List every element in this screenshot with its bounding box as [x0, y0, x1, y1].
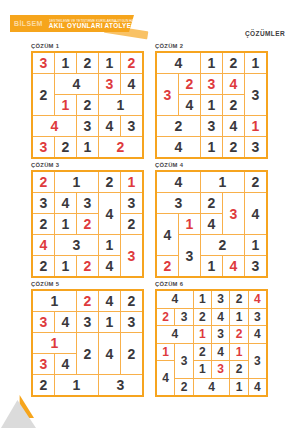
grid-cell-r5c3: 1: [201, 137, 222, 157]
grid-cell-r4c5: 1: [245, 235, 266, 255]
puzzle-slot-4: ÇÖZÜM 4 41232344143212143: [155, 162, 268, 278]
grid-cell-r2c2: 4: [55, 74, 98, 94]
grid-cell-r5c2: 2: [55, 137, 76, 157]
grid-cell-r2c2: 3: [175, 309, 192, 326]
grid-cell-r2c4: 4: [99, 193, 120, 234]
grid-label-6: ÇÖZÜM 6: [155, 281, 268, 288]
puzzle-slot-6: ÇÖZÜM 6 413242324134132413241341322414: [155, 281, 268, 397]
grid-cell-r3c3: 4: [201, 214, 222, 234]
banner-title: AKIL OYUNLARI ATÖLYESİ: [49, 23, 262, 29]
grid-cell-r3c2: 1: [55, 95, 76, 115]
grid-cell-r6c2: 2: [175, 379, 192, 396]
puzzle-grid-3: 212134343212243132124: [31, 170, 144, 278]
grid-cell-r3c4: 3: [212, 326, 229, 343]
grid-cell-r3c3: 1: [194, 326, 211, 343]
grid-cell-r5c2: 1: [55, 375, 98, 395]
grid-cell-r2c5: 3: [121, 193, 142, 213]
grid-cell-r2c1: 2: [33, 74, 54, 115]
grid-cell-r3c2: 1: [179, 214, 200, 234]
grid-cell-r1c4: 4: [99, 291, 120, 311]
grid-cell-r1c1: 2: [33, 172, 54, 192]
grid-cell-r2c5: 3: [121, 312, 142, 332]
grid-cell-r1c3: 1: [194, 291, 211, 308]
grid-cell-r2c5: 3: [245, 74, 266, 115]
grid-cell-r5c4: 2: [99, 137, 142, 157]
grid-cell-r1c5: 2: [245, 172, 266, 192]
grid-cell-r5c3: 1: [194, 361, 211, 378]
grid-cell-r2c1: 3: [33, 312, 54, 332]
grid-cell-r1c2: 1: [55, 172, 98, 192]
grid-cell-r1c5: 2: [230, 291, 247, 308]
puzzle-grid-1: 31212243412143433212: [31, 51, 144, 159]
grid-cell-r2c2: 4: [55, 193, 76, 213]
grid-cell-r2c6: 3: [249, 309, 266, 326]
puzzle-grid-6: 413242324134132413241341322414: [155, 289, 268, 397]
grid-cell-r2c3: 3: [77, 312, 98, 332]
grid-cell-r4c1: 4: [33, 235, 54, 255]
grid-cell-r1c3: 2: [77, 291, 98, 311]
grid-cell-r1c4: 1: [99, 53, 120, 73]
grid-cell-r2c4: 3: [99, 74, 120, 94]
grid-cell-r5c1: 2: [157, 256, 178, 276]
grid-cell-r4c5: 1: [230, 344, 247, 361]
grid-cell-r6c3: 4: [194, 379, 230, 396]
series-logo: BİLSEM: [14, 20, 43, 27]
grid-cell-r1c4: 2: [99, 172, 120, 192]
grid-cell-r3c2: 1: [55, 214, 76, 234]
grid-cell-r4c2: 3: [55, 235, 98, 255]
puzzle-grid-2: 41213234341223414123: [155, 51, 268, 159]
grid-cell-r2c5: 4: [245, 193, 266, 234]
grid-cell-r5c3: 2: [77, 256, 98, 276]
grid-cell-r1c1: 4: [157, 53, 200, 73]
grid-cell-r2c3: 3: [201, 74, 222, 94]
grid-cell-r3c4: 4: [99, 333, 120, 374]
grid-cell-r2c1: 3: [157, 74, 178, 115]
grid-cell-r5c4: 4: [223, 256, 244, 276]
grid-cell-r5c1: 4: [157, 361, 174, 395]
grid-cell-r1c5: 1: [245, 53, 266, 73]
grid-cell-r4c4: 4: [99, 116, 120, 136]
grid-cell-r6c6: 4: [249, 379, 266, 396]
puzzle-slot-1: ÇÖZÜM 1 31212243412143433212: [31, 43, 144, 159]
grid-cell-r2c1: 3: [157, 193, 200, 213]
header-banner: BİLSEM DESTEKLEME VE YETİŞTİRME KURSLARI…: [10, 15, 134, 32]
grid-cell-r4c4: 4: [212, 344, 229, 361]
grid-cell-r3c5: 2: [230, 326, 247, 343]
grid-cell-r2c3: 2: [194, 309, 211, 326]
grid-label-3: ÇÖZÜM 3: [31, 162, 144, 169]
grid-cell-r4c5: 3: [121, 235, 142, 276]
grid-cell-r5c4: 2: [223, 137, 244, 157]
grid-cell-r1c4: 3: [212, 291, 229, 308]
grid-cell-r4c5: 1: [245, 116, 266, 136]
grid-cell-r4c4: 1: [99, 235, 120, 255]
grid-cell-r1c1: 4: [157, 291, 193, 308]
grid-cell-r1c2: 1: [55, 53, 76, 73]
grid-cell-r1c5: 2: [121, 53, 142, 73]
grid-cell-r5c1: 2: [33, 375, 54, 395]
grid-cell-r6c5: 1: [230, 379, 247, 396]
grid-cell-r4c3: 2: [194, 344, 211, 361]
grid-cell-r1c3: 2: [77, 53, 98, 73]
grid-cell-r3c1: 4: [157, 326, 193, 343]
grid-cell-r4c1: 3: [33, 354, 54, 374]
grid-cell-r5c3: 1: [201, 256, 222, 276]
grid-cell-r5c1: 3: [33, 137, 54, 157]
grid-cell-r2c5: 1: [230, 309, 247, 326]
grid-cell-r5c5: 2: [230, 361, 247, 378]
grid-cell-r2c4: 3: [223, 193, 244, 234]
grid-cell-r1c5: 1: [121, 172, 142, 192]
grid-cell-r3c3: 2: [77, 333, 98, 374]
grid-cell-r2c3: 2: [201, 193, 222, 213]
grid-cell-r4c5: 3: [121, 116, 142, 136]
puzzle-grid-4: 41232344143212143: [155, 170, 268, 278]
puzzle-slot-3: ÇÖZÜM 3 212134343212243132124: [31, 162, 144, 278]
grid-cell-r5c4: 3: [99, 375, 142, 395]
grid-cell-r1c1: 4: [157, 172, 200, 192]
grid-cell-r2c4: 1: [99, 312, 120, 332]
grid-label-4: ÇÖZÜM 4: [155, 162, 268, 169]
grid-cell-r2c3: 3: [77, 193, 98, 213]
grid-cell-r5c2: 1: [55, 256, 76, 276]
grid-cell-r2c4: 4: [212, 309, 229, 326]
grid-cell-r1c1: 1: [33, 291, 76, 311]
grid-cell-r4c3: 3: [201, 116, 222, 136]
puzzle-slot-5: ÇÖZÜM 5 124234313124234213: [31, 281, 144, 397]
grid-cell-r4c2: 3: [175, 344, 192, 378]
grid-cell-r4c3: 3: [77, 116, 98, 136]
grid-label-5: ÇÖZÜM 5: [31, 281, 144, 288]
grid-cell-r1c4: 2: [223, 53, 244, 73]
grid-cell-r4c1: 1: [157, 344, 174, 361]
grid-cell-r4c1: 4: [33, 116, 76, 136]
grid-cell-r4c3: 2: [201, 235, 244, 255]
grid-cell-r3c5: 2: [121, 214, 142, 234]
grid-cell-r3c1: 4: [157, 214, 178, 255]
grid-cell-r4c2: 4: [55, 354, 76, 374]
grid-cell-r1c1: 3: [33, 53, 54, 73]
grid-cell-r1c6: 4: [249, 291, 266, 308]
grid-label-2: ÇÖZÜM 2: [155, 43, 268, 50]
grid-cell-r2c2: 2: [179, 74, 200, 94]
grid-cell-r1c5: 2: [121, 291, 142, 311]
grid-cell-r3c1: 1: [33, 333, 76, 353]
grid-cell-r3c6: 4: [249, 326, 266, 343]
grid-cell-r5c1: 2: [33, 256, 54, 276]
grid-label-1: ÇÖZÜM 1: [31, 43, 144, 50]
grid-cell-r4c4: 4: [223, 116, 244, 136]
grid-cell-r3c2: 4: [179, 95, 200, 115]
grid-cell-r4c6: 3: [249, 344, 266, 378]
grid-cell-r1c3: 1: [201, 172, 244, 192]
grid-cell-r4c2: 3: [179, 235, 200, 276]
grid-cell-r2c1: 2: [157, 309, 174, 326]
grid-cell-r5c1: 4: [157, 137, 200, 157]
grid-cell-r5c3: 1: [77, 137, 98, 157]
grid-cell-r1c3: 1: [201, 53, 222, 73]
puzzle-slot-2: ÇÖZÜM 2 41213234341223414123: [155, 43, 268, 159]
grid-cell-r5c5: 3: [245, 256, 266, 276]
grid-cell-r5c5: 3: [245, 137, 266, 157]
grid-cell-r3c4: 2: [223, 95, 244, 115]
grid-cell-r3c5: 2: [121, 333, 142, 374]
grid-cell-r5c4: 4: [99, 256, 120, 276]
grid-cell-r3c3: 2: [77, 95, 98, 115]
grid-cell-r2c4: 4: [223, 74, 244, 94]
banner-tagline: DESTEKLEME VE YETİŞTİRME KURSLARINA UYGU…: [49, 19, 156, 22]
grid-cell-r3c1: 2: [33, 214, 54, 234]
grid-cell-r3c3: 2: [77, 214, 98, 234]
grid-cell-r4c1: 2: [157, 116, 200, 136]
grid-cell-r3c4: 1: [99, 95, 142, 115]
solutions-page: BİLSEM DESTEKLEME VE YETİŞTİRME KURSLARI…: [0, 0, 300, 428]
grid-cell-r2c2: 4: [55, 312, 76, 332]
grid-cell-r2c5: 4: [121, 74, 142, 94]
grid-cell-r3c3: 1: [201, 95, 222, 115]
grid-cell-r5c4: 3: [212, 361, 229, 378]
page-title-cozumler: ÇÖZÜMLER: [245, 30, 285, 37]
puzzle-grid-5: 124234313124234213: [31, 289, 144, 397]
grid-cell-r2c1: 3: [33, 193, 54, 213]
